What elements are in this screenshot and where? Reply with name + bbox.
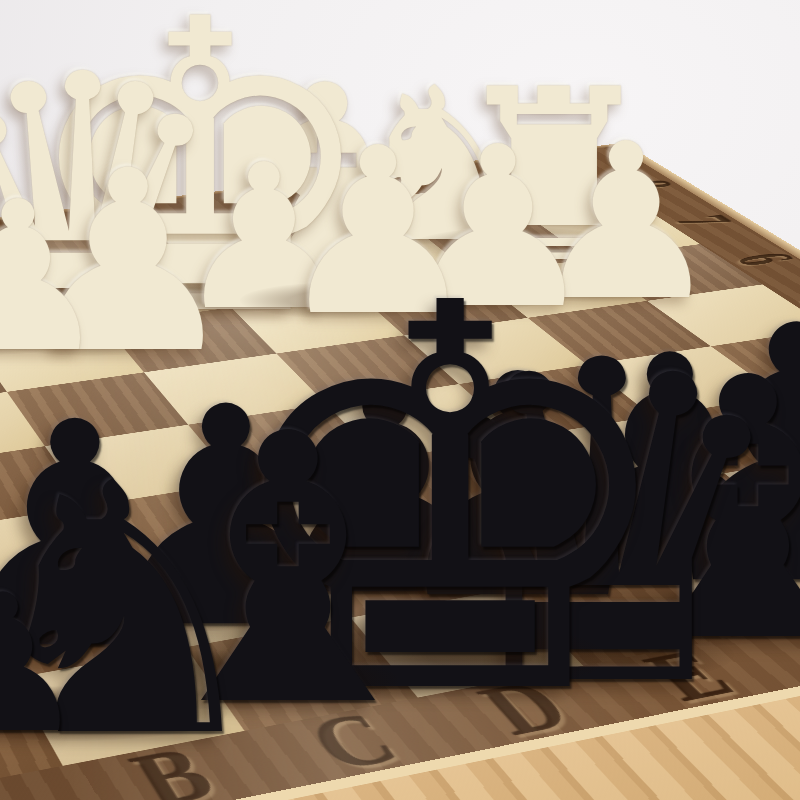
pieces-layer: ♞♜♝♟♚♛♟♟♟♟♟♟♟♟♟♟♝♟♛♚♝♞♟ xyxy=(0,0,800,800)
chess-photo-scene: ABCDEFGH12345678 ♞♜♝♟♚♛♟♟♟♟♟♟♟♟♟♟♝♟♛♚♝♞♟ xyxy=(0,0,800,800)
black-pawn-a2[interactable]: ♟ xyxy=(0,570,98,760)
